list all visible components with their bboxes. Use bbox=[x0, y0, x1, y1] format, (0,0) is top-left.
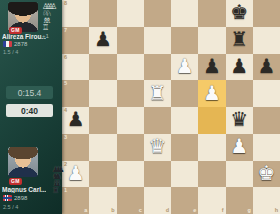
square-c6[interactable] bbox=[117, 54, 144, 81]
white-queen[interactable]: ♛ bbox=[148, 136, 166, 156]
square-f8[interactable] bbox=[198, 0, 225, 27]
square-b8[interactable] bbox=[89, 0, 116, 27]
square-b3[interactable] bbox=[89, 134, 116, 161]
square-b1[interactable]: b bbox=[89, 187, 116, 214]
norway-flag-icon bbox=[3, 195, 12, 201]
square-f5[interactable]: ♟ bbox=[198, 80, 225, 107]
square-c7[interactable] bbox=[117, 27, 144, 54]
black-pawn[interactable]: ♟ bbox=[203, 56, 221, 76]
square-a2[interactable]: 2♟ bbox=[62, 161, 89, 188]
square-f3[interactable] bbox=[198, 134, 225, 161]
square-a7[interactable]: 7 bbox=[62, 27, 89, 54]
square-e3[interactable] bbox=[171, 134, 198, 161]
rank-label-3: 3 bbox=[64, 135, 67, 141]
square-h7[interactable] bbox=[253, 27, 280, 54]
square-b4[interactable] bbox=[89, 107, 116, 134]
square-b5[interactable] bbox=[89, 80, 116, 107]
square-h3[interactable] bbox=[253, 134, 280, 161]
match-score-bottom: 2.5 / 4 bbox=[3, 204, 18, 210]
players-sidebar: GM Alireza Firou... 2878 1.5 / 4 ♙♙♙♙♘♘♗… bbox=[0, 0, 62, 214]
square-h1[interactable]: h bbox=[253, 187, 280, 214]
square-d7[interactable] bbox=[144, 27, 171, 54]
captured-rook-group: ♖ bbox=[42, 24, 49, 31]
file-label-b: b bbox=[111, 208, 114, 214]
black-king[interactable]: ♚ bbox=[230, 2, 248, 22]
black-queen[interactable]: ♛ bbox=[230, 109, 248, 129]
square-b2[interactable] bbox=[89, 161, 116, 188]
square-g8[interactable]: ♚ bbox=[226, 0, 253, 27]
square-a3[interactable]: 3 bbox=[62, 134, 89, 161]
square-g7[interactable]: ♜ bbox=[226, 27, 253, 54]
france-flag-icon bbox=[3, 41, 12, 47]
square-e5[interactable] bbox=[171, 80, 198, 107]
file-label-g: g bbox=[247, 208, 250, 214]
white-king[interactable]: ♚ bbox=[257, 163, 275, 183]
player-name-top[interactable]: Alireza Firou... bbox=[2, 33, 46, 40]
square-f7[interactable] bbox=[198, 27, 225, 54]
square-a5[interactable]: 5 bbox=[62, 80, 89, 107]
square-g4[interactable]: ♛ bbox=[226, 107, 253, 134]
white-pawn[interactable]: ♟ bbox=[67, 163, 85, 183]
square-h2[interactable]: ♚ bbox=[253, 161, 280, 188]
square-b7[interactable]: ♟ bbox=[89, 27, 116, 54]
square-e7[interactable] bbox=[171, 27, 198, 54]
file-label-e: e bbox=[193, 208, 196, 214]
black-pawn[interactable]: ♟ bbox=[230, 56, 248, 76]
square-g5[interactable] bbox=[226, 80, 253, 107]
chess-game-app: GM Alireza Firou... 2878 1.5 / 4 ♙♙♙♙♘♘♗… bbox=[0, 0, 280, 214]
rating-row-top: 2878 bbox=[3, 41, 27, 47]
captured-rook-group: ♜ bbox=[52, 187, 59, 194]
square-d1[interactable]: d bbox=[144, 187, 171, 214]
captured-pieces-by-top: ♙♙♙♙♘♘♗♗♖+1 bbox=[42, 3, 57, 39]
material-advantage-top: +1 bbox=[42, 33, 49, 39]
square-e4[interactable] bbox=[171, 107, 198, 134]
square-h5[interactable] bbox=[253, 80, 280, 107]
file-label-h: h bbox=[275, 208, 278, 214]
square-c3[interactable] bbox=[117, 134, 144, 161]
file-label-c: c bbox=[139, 208, 142, 214]
square-e8[interactable] bbox=[171, 0, 198, 27]
square-d6[interactable] bbox=[144, 54, 171, 81]
square-c5[interactable] bbox=[117, 80, 144, 107]
file-label-d: d bbox=[166, 208, 169, 214]
chess-board: 8♚7♟♜6♟♟♟♟5♜♟4♟♛3♛♟2♟♚1abcdefgh bbox=[62, 0, 280, 214]
square-d3[interactable]: ♛ bbox=[144, 134, 171, 161]
square-g6[interactable]: ♟ bbox=[226, 54, 253, 81]
black-rook[interactable]: ♜ bbox=[230, 29, 248, 49]
square-a6[interactable]: 6 bbox=[62, 54, 89, 81]
rank-label-7: 7 bbox=[64, 28, 67, 34]
square-f6[interactable]: ♟ bbox=[198, 54, 225, 81]
square-f1[interactable]: f bbox=[198, 187, 225, 214]
player-rating-top: 2878 bbox=[14, 41, 27, 47]
square-g2[interactable] bbox=[226, 161, 253, 188]
square-g3[interactable]: ♟ bbox=[226, 134, 253, 161]
square-b6[interactable] bbox=[89, 54, 116, 81]
square-d8[interactable] bbox=[144, 0, 171, 27]
white-pawn[interactable]: ♟ bbox=[203, 83, 221, 103]
square-e2[interactable] bbox=[171, 161, 198, 188]
square-e6[interactable]: ♟ bbox=[171, 54, 198, 81]
square-h4[interactable] bbox=[253, 107, 280, 134]
square-a1[interactable]: 1a bbox=[62, 187, 89, 214]
black-pawn[interactable]: ♟ bbox=[94, 29, 112, 49]
file-label-a: a bbox=[84, 208, 87, 214]
square-c4[interactable] bbox=[117, 107, 144, 134]
square-f2[interactable] bbox=[198, 161, 225, 188]
match-score-top: 1.5 / 4 bbox=[3, 49, 18, 55]
square-e1[interactable]: e bbox=[171, 187, 198, 214]
black-pawn[interactable]: ♟ bbox=[67, 109, 85, 129]
square-a4[interactable]: 4♟ bbox=[62, 107, 89, 134]
square-d5[interactable]: ♜ bbox=[144, 80, 171, 107]
rank-label-8: 8 bbox=[64, 1, 67, 7]
square-a8[interactable]: 8 bbox=[62, 0, 89, 27]
square-c8[interactable] bbox=[117, 0, 144, 27]
square-d4[interactable] bbox=[144, 107, 171, 134]
clock-top-player: 0:15.4 bbox=[6, 86, 53, 99]
square-g1[interactable]: g bbox=[226, 187, 253, 214]
white-pawn[interactable]: ♟ bbox=[230, 136, 248, 156]
square-c2[interactable] bbox=[117, 161, 144, 188]
rank-label-6: 6 bbox=[64, 55, 67, 61]
white-pawn[interactable]: ♟ bbox=[176, 56, 194, 76]
clock-bottom-player: 0:40 bbox=[6, 104, 53, 117]
title-badge-bottom: GM bbox=[9, 178, 22, 185]
player-name-bottom[interactable]: Magnus Carl... bbox=[2, 186, 46, 193]
captured-pieces-by-bottom: ♟♟♟♞♞♝♝♜ bbox=[52, 166, 65, 194]
file-label-f: f bbox=[222, 208, 224, 214]
rating-row-bottom: 2898 bbox=[3, 195, 27, 201]
square-f4[interactable] bbox=[198, 107, 225, 134]
black-pawn[interactable]: ♟ bbox=[257, 56, 275, 76]
avatar-bottom-player[interactable] bbox=[8, 147, 38, 177]
square-d2[interactable] bbox=[144, 161, 171, 188]
white-rook[interactable]: ♜ bbox=[148, 83, 166, 103]
square-h6[interactable]: ♟ bbox=[253, 54, 280, 81]
player-rating-bottom: 2898 bbox=[14, 195, 27, 201]
square-h8[interactable] bbox=[253, 0, 280, 27]
rank-label-5: 5 bbox=[64, 81, 67, 87]
square-c1[interactable]: c bbox=[117, 187, 144, 214]
